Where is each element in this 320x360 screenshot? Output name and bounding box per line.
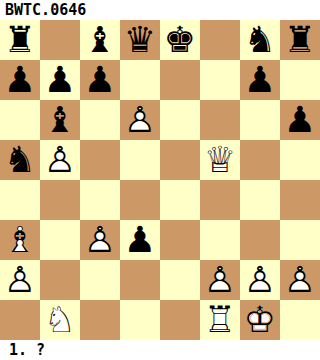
square-d2[interactable] bbox=[120, 260, 160, 300]
square-c2[interactable] bbox=[80, 260, 120, 300]
white-pawn-icon: ♟♙ bbox=[0, 260, 40, 300]
square-c3[interactable]: ♟♙ bbox=[80, 220, 120, 260]
square-b1[interactable]: ♞♘ bbox=[40, 300, 80, 340]
puzzle-title: BWTC.0646 bbox=[0, 1, 86, 19]
square-b2[interactable] bbox=[40, 260, 80, 300]
square-g8[interactable]: ♞ bbox=[240, 20, 280, 60]
square-f1[interactable]: ♜♖ bbox=[200, 300, 240, 340]
square-h3[interactable] bbox=[280, 220, 320, 260]
square-f3[interactable] bbox=[200, 220, 240, 260]
black-bishop-icon: ♝ bbox=[80, 20, 120, 60]
square-e6[interactable] bbox=[160, 100, 200, 140]
white-rook-icon: ♜♖ bbox=[200, 300, 240, 340]
square-e7[interactable] bbox=[160, 60, 200, 100]
square-c8[interactable]: ♝ bbox=[80, 20, 120, 60]
title-bar: BWTC.0646 bbox=[0, 0, 320, 20]
square-g2[interactable]: ♟♙ bbox=[240, 260, 280, 300]
square-h7[interactable] bbox=[280, 60, 320, 100]
square-b3[interactable] bbox=[40, 220, 80, 260]
square-g7[interactable]: ♟ bbox=[240, 60, 280, 100]
square-e4[interactable] bbox=[160, 180, 200, 220]
black-pawn-icon: ♟ bbox=[40, 60, 80, 100]
square-a7[interactable]: ♟ bbox=[0, 60, 40, 100]
black-knight-icon: ♞ bbox=[240, 20, 280, 60]
square-e1[interactable] bbox=[160, 300, 200, 340]
square-d8[interactable]: ♛ bbox=[120, 20, 160, 60]
black-pawn-icon: ♟ bbox=[120, 220, 160, 260]
square-d3[interactable]: ♟ bbox=[120, 220, 160, 260]
square-h5[interactable] bbox=[280, 140, 320, 180]
square-f6[interactable] bbox=[200, 100, 240, 140]
square-b8[interactable] bbox=[40, 20, 80, 60]
chess-board: ♜♝♛♚♞♜♟♟♟♟♝♟♙♟♞♟♙♛♕♝♗♟♙♟♟♙♟♙♟♙♟♙♞♘♜♖♚♔ bbox=[0, 20, 320, 340]
black-pawn-icon: ♟ bbox=[80, 60, 120, 100]
square-g4[interactable] bbox=[240, 180, 280, 220]
square-a3[interactable]: ♝♗ bbox=[0, 220, 40, 260]
square-a2[interactable]: ♟♙ bbox=[0, 260, 40, 300]
square-c7[interactable]: ♟ bbox=[80, 60, 120, 100]
square-b6[interactable]: ♝ bbox=[40, 100, 80, 140]
square-b5[interactable]: ♟♙ bbox=[40, 140, 80, 180]
square-d5[interactable] bbox=[120, 140, 160, 180]
square-a8[interactable]: ♜ bbox=[0, 20, 40, 60]
square-e2[interactable] bbox=[160, 260, 200, 300]
black-pawn-icon: ♟ bbox=[0, 60, 40, 100]
square-g3[interactable] bbox=[240, 220, 280, 260]
square-c4[interactable] bbox=[80, 180, 120, 220]
square-f7[interactable] bbox=[200, 60, 240, 100]
square-a5[interactable]: ♞ bbox=[0, 140, 40, 180]
square-h6[interactable]: ♟ bbox=[280, 100, 320, 140]
black-knight-icon: ♞ bbox=[0, 140, 40, 180]
square-d1[interactable] bbox=[120, 300, 160, 340]
white-knight-icon: ♞♘ bbox=[40, 300, 80, 340]
black-king-icon: ♚ bbox=[160, 20, 200, 60]
white-pawn-icon: ♟♙ bbox=[120, 100, 160, 140]
square-c6[interactable] bbox=[80, 100, 120, 140]
square-a1[interactable] bbox=[0, 300, 40, 340]
square-b7[interactable]: ♟ bbox=[40, 60, 80, 100]
square-h8[interactable]: ♜ bbox=[280, 20, 320, 60]
square-h2[interactable]: ♟♙ bbox=[280, 260, 320, 300]
black-rook-icon: ♜ bbox=[280, 20, 320, 60]
white-bishop-icon: ♝♗ bbox=[0, 220, 40, 260]
black-pawn-icon: ♟ bbox=[280, 100, 320, 140]
white-pawn-icon: ♟♙ bbox=[240, 260, 280, 300]
square-a6[interactable] bbox=[0, 100, 40, 140]
square-d4[interactable] bbox=[120, 180, 160, 220]
square-f2[interactable]: ♟♙ bbox=[200, 260, 240, 300]
square-f5[interactable]: ♛♕ bbox=[200, 140, 240, 180]
status-bar: 1. ? bbox=[0, 340, 320, 360]
move-prompt: 1. ? bbox=[0, 341, 45, 359]
black-pawn-icon: ♟ bbox=[240, 60, 280, 100]
white-king-icon: ♚♔ bbox=[240, 300, 280, 340]
white-pawn-icon: ♟♙ bbox=[280, 260, 320, 300]
white-queen-icon: ♛♕ bbox=[200, 140, 240, 180]
square-f8[interactable] bbox=[200, 20, 240, 60]
square-g1[interactable]: ♚♔ bbox=[240, 300, 280, 340]
square-f4[interactable] bbox=[200, 180, 240, 220]
square-g5[interactable] bbox=[240, 140, 280, 180]
black-rook-icon: ♜ bbox=[0, 20, 40, 60]
square-e8[interactable]: ♚ bbox=[160, 20, 200, 60]
square-h4[interactable] bbox=[280, 180, 320, 220]
square-g6[interactable] bbox=[240, 100, 280, 140]
square-e3[interactable] bbox=[160, 220, 200, 260]
white-pawn-icon: ♟♙ bbox=[80, 220, 120, 260]
black-queen-icon: ♛ bbox=[120, 20, 160, 60]
square-a4[interactable] bbox=[0, 180, 40, 220]
white-pawn-icon: ♟♙ bbox=[200, 260, 240, 300]
black-bishop-icon: ♝ bbox=[40, 100, 80, 140]
square-d7[interactable] bbox=[120, 60, 160, 100]
square-d6[interactable]: ♟♙ bbox=[120, 100, 160, 140]
white-pawn-icon: ♟♙ bbox=[40, 140, 80, 180]
square-b4[interactable] bbox=[40, 180, 80, 220]
square-h1[interactable] bbox=[280, 300, 320, 340]
square-e5[interactable] bbox=[160, 140, 200, 180]
square-c1[interactable] bbox=[80, 300, 120, 340]
square-c5[interactable] bbox=[80, 140, 120, 180]
